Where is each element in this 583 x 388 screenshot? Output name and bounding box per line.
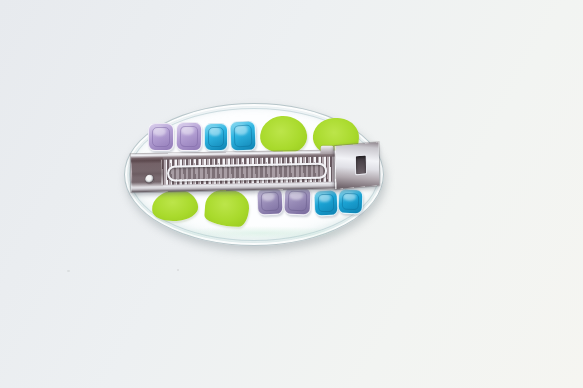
- violet-bead: [284, 187, 312, 216]
- clip-hinge-tab: [321, 146, 334, 154]
- clip-rivet-hole: [145, 175, 154, 184]
- base-reflection: [170, 226, 350, 240]
- barrette-clip: [131, 143, 379, 193]
- photo-canvas: [0, 0, 583, 388]
- clip-center-slot: [167, 163, 327, 182]
- green-leaf: [204, 189, 250, 228]
- violet-bead: [257, 188, 284, 216]
- aqua-deep-bead: [338, 189, 364, 215]
- clip-hinge-slot: [355, 154, 367, 175]
- aqua-deep-bead: [314, 190, 339, 217]
- clip-hinge-end: [335, 142, 380, 189]
- dust-speck: [67, 270, 70, 272]
- dust-speck: [177, 269, 179, 271]
- clip-ridged-plate: [131, 151, 340, 193]
